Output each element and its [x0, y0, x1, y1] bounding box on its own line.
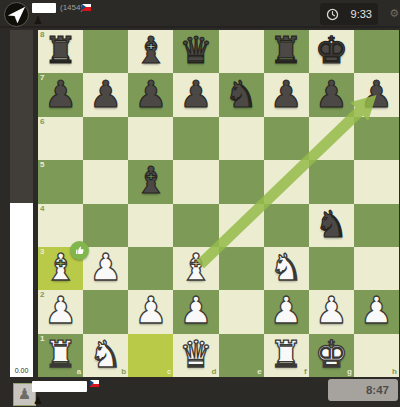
black-bishop-c8[interactable]: ♝ [134, 32, 167, 69]
czech-flag-icon [90, 380, 99, 387]
top-player-avatar[interactable] [4, 2, 29, 27]
square-b4[interactable] [83, 204, 128, 247]
square-e6[interactable] [219, 117, 264, 160]
black-rook-a8[interactable]: ♜ [44, 32, 77, 69]
eval-score-label: 0.00 [10, 367, 33, 374]
white-bishop-d3[interactable]: ♝ [179, 249, 212, 286]
thumbs-up-icon [74, 245, 85, 256]
square-g8[interactable]: ♚ [309, 30, 354, 73]
white-pawn-b3[interactable]: ♟ [89, 249, 122, 286]
file-label-h: h [392, 368, 397, 376]
white-queen-d1[interactable]: ♛ [179, 336, 212, 373]
settings-gear-icon[interactable]: ⚙ [389, 8, 399, 19]
evaluation-bar: 0.00 [10, 30, 33, 377]
square-b7[interactable]: ♟ [83, 73, 128, 116]
square-g6[interactable] [309, 117, 354, 160]
square-d3[interactable]: ♝ [173, 247, 218, 290]
file-label-c: c [167, 368, 171, 376]
square-b8[interactable] [83, 30, 128, 73]
square-g5[interactable] [309, 160, 354, 203]
white-pawn-f2[interactable]: ♟ [270, 292, 303, 329]
square-g4[interactable]: ♞ [309, 204, 354, 247]
square-e5[interactable] [219, 160, 264, 203]
rank-label-6: 6 [40, 118, 44, 126]
square-h7[interactable]: ♟ [354, 73, 399, 116]
black-pawn-b7[interactable]: ♟ [89, 76, 122, 113]
evaluation-bar-black-section [10, 30, 33, 203]
square-c7[interactable]: ♟ [128, 73, 173, 116]
square-g1[interactable]: g♚ [309, 334, 354, 377]
square-c3[interactable] [128, 247, 173, 290]
white-knight-f3[interactable]: ♞ [270, 249, 303, 286]
square-e2[interactable] [219, 290, 264, 333]
black-bishop-c5[interactable]: ♝ [134, 162, 167, 199]
bottom-clock-time: 8:47 [366, 384, 389, 396]
square-g2[interactable]: ♟ [309, 290, 354, 333]
white-rook-f1[interactable]: ♜ [270, 336, 303, 373]
square-c8[interactable]: ♝ [128, 30, 173, 73]
square-c4[interactable] [128, 204, 173, 247]
top-player-name-redacted[interactable] [32, 3, 56, 13]
top-player-rating: (1454) [60, 3, 83, 12]
square-g7[interactable]: ♟ [309, 73, 354, 116]
square-h4[interactable] [354, 204, 399, 247]
square-b6[interactable] [83, 117, 128, 160]
avatar-logo-icon [5, 3, 28, 26]
square-d1[interactable]: d♛ [173, 334, 218, 377]
square-a6[interactable]: 6 [38, 117, 83, 160]
square-f8[interactable]: ♜ [264, 30, 309, 73]
file-label-f: f [304, 368, 307, 376]
black-queen-d8[interactable]: ♛ [179, 32, 212, 69]
square-a2[interactable]: 2♟ [38, 290, 83, 333]
square-e3[interactable] [219, 247, 264, 290]
rank-label-5: 5 [40, 161, 44, 169]
black-pawn-f7[interactable]: ♟ [270, 76, 303, 113]
bottom-player-clock: 8:47 [328, 379, 398, 401]
square-f2[interactable]: ♟ [264, 290, 309, 333]
square-e1[interactable]: e [219, 334, 264, 377]
square-b1[interactable]: b♞ [83, 334, 128, 377]
square-a5[interactable]: 5 [38, 160, 83, 203]
file-label-e: e [257, 368, 261, 376]
black-knight-g4[interactable]: ♞ [315, 206, 348, 243]
board-area: 8♜♝♛♜♚7♟♟♟♟♞♟♟♟65♝4♞3♝♟♝♞2♟♟♟♟♟♟1a♜b♞cd♛… [38, 30, 399, 377]
square-b5[interactable] [83, 160, 128, 203]
square-d6[interactable] [173, 117, 218, 160]
square-b2[interactable] [83, 290, 128, 333]
square-d7[interactable]: ♟ [173, 73, 218, 116]
square-h5[interactable] [354, 160, 399, 203]
black-pawn-d7[interactable]: ♟ [179, 76, 212, 113]
chess-board: 8♜♝♛♜♚7♟♟♟♟♞♟♟♟65♝4♞3♝♟♝♞2♟♟♟♟♟♟1a♜b♞cd♛… [38, 30, 399, 377]
square-f6[interactable] [264, 117, 309, 160]
white-pawn-c2[interactable]: ♟ [134, 292, 167, 329]
file-label-a: a [77, 368, 81, 376]
square-d5[interactable] [173, 160, 218, 203]
square-d8[interactable]: ♛ [173, 30, 218, 73]
square-g3[interactable] [309, 247, 354, 290]
black-pawn-g7[interactable]: ♟ [315, 76, 348, 113]
square-h3[interactable] [354, 247, 399, 290]
square-f3[interactable]: ♞ [264, 247, 309, 290]
square-f1[interactable]: f♜ [264, 334, 309, 377]
black-pawn-mini-icon: ♟ [33, 15, 43, 26]
white-pawn-g2[interactable]: ♟ [315, 292, 348, 329]
avatar-pawn-icon: ♟ [18, 387, 31, 402]
square-c1[interactable]: c [128, 334, 173, 377]
square-h6[interactable] [354, 117, 399, 160]
top-player-clock: 9:33 [320, 3, 378, 25]
square-h8[interactable] [354, 30, 399, 73]
square-c5[interactable]: ♝ [128, 160, 173, 203]
square-e7[interactable]: ♞ [219, 73, 264, 116]
square-f4[interactable] [264, 204, 309, 247]
white-pawn-d2[interactable]: ♟ [179, 292, 212, 329]
czech-flag-icon [82, 4, 91, 11]
white-pawn-h2[interactable]: ♟ [360, 292, 393, 329]
black-pawn-a7[interactable]: ♟ [44, 76, 77, 113]
white-rook-a1[interactable]: ♜ [44, 336, 77, 373]
white-pawn-a2[interactable]: ♟ [44, 292, 77, 329]
square-a4[interactable]: 4 [38, 204, 83, 247]
square-d2[interactable]: ♟ [173, 290, 218, 333]
black-pawn-h7[interactable]: ♟ [360, 76, 393, 113]
square-a7[interactable]: 7♟ [38, 73, 83, 116]
white-king-g1[interactable]: ♚ [315, 336, 348, 373]
clock-icon [326, 8, 339, 21]
square-a1[interactable]: 1a♜ [38, 334, 83, 377]
square-e8[interactable] [219, 30, 264, 73]
square-b3[interactable]: ♟ [83, 247, 128, 290]
white-knight-b1[interactable]: ♞ [89, 336, 122, 373]
square-h2[interactable]: ♟ [354, 290, 399, 333]
rank-label-4: 4 [40, 205, 44, 213]
black-king-g8[interactable]: ♚ [315, 32, 348, 69]
square-f7[interactable]: ♟ [264, 73, 309, 116]
square-c2[interactable]: ♟ [128, 290, 173, 333]
chess-game-screen: { "app": "chess-game", "game": "chess", … [0, 0, 400, 407]
square-d4[interactable] [173, 204, 218, 247]
top-clock-time: 9:33 [351, 8, 372, 20]
black-rook-f8[interactable]: ♜ [270, 32, 303, 69]
good-move-badge [70, 241, 89, 260]
square-h1[interactable]: h [354, 334, 399, 377]
black-knight-e7[interactable]: ♞ [224, 76, 257, 113]
square-a8[interactable]: 8♜ [38, 30, 83, 73]
square-f5[interactable] [264, 160, 309, 203]
top-player-bar: (1454) ♟ 9:33 ⚙ [0, 0, 400, 28]
square-c6[interactable] [128, 117, 173, 160]
black-pawn-c7[interactable]: ♟ [134, 76, 167, 113]
square-e4[interactable] [219, 204, 264, 247]
white-pawn-mini-icon: ♟ [33, 395, 43, 406]
bottom-player-name-redacted[interactable] [32, 381, 87, 392]
